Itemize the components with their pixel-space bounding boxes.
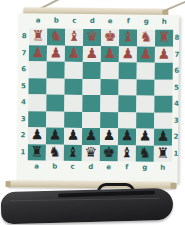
rank-label-left-6: 6 <box>20 61 28 78</box>
square-d5 <box>82 78 100 95</box>
board-sheet: abcdefgh abcdefgh 87654321 87654321 ♜♞♝♛… <box>17 13 180 183</box>
rank-label-left-4: 4 <box>19 94 27 111</box>
square-e8: ♚ <box>101 29 119 46</box>
rank-label-left-3: 3 <box>19 111 27 128</box>
file-label-top-d: d <box>83 16 101 27</box>
square-c7: ♟ <box>65 45 83 62</box>
file-label-bottom-b: b <box>46 162 64 173</box>
rank-label-right-7: 7 <box>173 46 181 63</box>
bottom-rod-end-cap-right <box>170 183 176 189</box>
square-f4 <box>118 95 136 112</box>
piece-black-pawn: ♟ <box>67 127 80 143</box>
square-c5 <box>64 78 82 95</box>
file-label-top-e: e <box>101 16 119 27</box>
piece-black-pawn: ♟ <box>121 128 134 144</box>
square-b2: ♟ <box>46 128 64 145</box>
piece-black-pawn: ♟ <box>103 127 116 143</box>
square-f7: ♟ <box>119 46 137 63</box>
square-g7: ♟ <box>137 46 155 63</box>
piece-red-pawn: ♟ <box>68 44 81 60</box>
square-b3 <box>46 111 64 128</box>
file-label-top-b: b <box>47 16 65 27</box>
piece-red-pawn: ♟ <box>122 45 135 61</box>
piece-black-king: ♚ <box>103 144 116 160</box>
piece-black-pawn: ♟ <box>31 127 44 143</box>
file-label-top-h: h <box>155 17 173 28</box>
square-h3 <box>154 112 172 129</box>
files-top: abcdefgh <box>29 15 173 28</box>
piece-black-pawn: ♟ <box>49 127 62 143</box>
piece-red-bishop: ♝ <box>68 28 81 44</box>
file-label-bottom-a: a <box>28 161 46 172</box>
piece-red-rook: ♜ <box>32 28 45 44</box>
file-label-bottom-c: c <box>64 162 82 173</box>
square-a7: ♟ <box>29 45 47 62</box>
square-h8: ♜ <box>155 30 173 47</box>
square-c1: ♝ <box>64 144 82 161</box>
square-e4 <box>100 95 118 112</box>
ranks-right: 87654321 <box>172 30 181 162</box>
square-e5 <box>100 79 118 96</box>
square-g8: ♞ <box>137 29 155 46</box>
rank-label-right-8: 8 <box>173 30 181 47</box>
square-g2: ♟ <box>136 128 154 145</box>
piece-black-pawn: ♟ <box>139 128 152 144</box>
square-g5 <box>136 79 154 96</box>
square-c2: ♟ <box>64 128 82 145</box>
piece-red-bishop: ♝ <box>122 29 135 45</box>
square-e6 <box>101 62 119 79</box>
piece-red-king: ♚ <box>104 28 117 44</box>
rank-label-left-1: 1 <box>19 144 27 161</box>
rank-label-right-2: 2 <box>172 129 180 146</box>
square-e3 <box>100 112 118 129</box>
square-f1: ♝ <box>118 145 136 162</box>
square-b5 <box>46 78 64 95</box>
piece-black-knight: ♞ <box>139 144 152 160</box>
piece-red-pawn: ♟ <box>86 45 99 61</box>
square-f3 <box>118 112 136 129</box>
piece-red-pawn: ♟ <box>158 45 171 61</box>
square-c8: ♝ <box>65 29 83 46</box>
square-b4 <box>46 95 64 112</box>
square-a5 <box>28 78 46 95</box>
rank-label-right-3: 3 <box>172 112 180 129</box>
file-label-bottom-d: d <box>82 162 100 173</box>
piece-red-rook: ♜ <box>158 29 171 45</box>
file-label-bottom-g: g <box>136 162 154 173</box>
piece-red-queen: ♛ <box>86 28 99 44</box>
square-g6 <box>137 62 155 79</box>
square-h2: ♟ <box>154 129 172 146</box>
square-g3 <box>136 112 154 129</box>
rank-label-left-7: 7 <box>20 45 28 62</box>
square-f5 <box>118 79 136 96</box>
rank-label-left-5: 5 <box>19 78 27 95</box>
ranks-left: 87654321 <box>19 28 28 160</box>
piece-black-rook: ♜ <box>157 144 170 160</box>
file-label-bottom-h: h <box>154 163 172 174</box>
square-h4 <box>154 96 172 113</box>
piece-red-pawn: ♟ <box>50 44 63 60</box>
file-label-bottom-f: f <box>118 162 136 173</box>
piece-black-queen: ♛ <box>85 144 98 160</box>
demo-chessboard-product-photo: abcdefgh abcdefgh 87654321 87654321 ♜♞♝♛… <box>0 0 185 225</box>
file-label-top-c: c <box>65 16 83 27</box>
piece-black-knight: ♞ <box>49 143 62 159</box>
piece-black-bishop: ♝ <box>67 143 80 159</box>
board: ♜♞♝♛♚♝♞♜♟♟♟♟♟♟♟♟♟♟♟♟♟♟♟♟♜♞♝♛♚♝♞♜ <box>28 28 173 162</box>
rank-label-left-2: 2 <box>19 127 27 144</box>
square-a1: ♜ <box>28 144 46 161</box>
square-g1: ♞ <box>136 145 154 162</box>
square-d3 <box>82 111 100 128</box>
piece-red-knight: ♞ <box>50 28 63 44</box>
square-a2: ♟ <box>28 127 46 144</box>
rank-label-right-1: 1 <box>172 145 180 162</box>
square-a4 <box>28 94 46 111</box>
square-b8: ♞ <box>47 29 65 46</box>
square-b6 <box>47 62 65 79</box>
square-b1: ♞ <box>46 144 64 161</box>
rank-label-right-6: 6 <box>173 63 181 80</box>
square-d8: ♛ <box>83 29 101 46</box>
square-h7: ♟ <box>155 46 173 63</box>
square-h6 <box>155 63 173 80</box>
square-c3 <box>64 111 82 128</box>
file-label-top-f: f <box>119 16 137 27</box>
rank-label-left-8: 8 <box>20 28 28 45</box>
piece-red-pawn: ♟ <box>140 45 153 61</box>
square-d2: ♟ <box>82 128 100 145</box>
piece-red-pawn: ♟ <box>104 45 117 61</box>
files-bottom: abcdefgh <box>28 161 172 174</box>
piece-red-pawn: ♟ <box>32 44 45 60</box>
piece-black-rook: ♜ <box>31 143 44 159</box>
square-a3 <box>28 111 46 128</box>
bottom-rod-end-cap-left <box>6 181 11 187</box>
square-d6 <box>83 62 101 79</box>
square-d1: ♛ <box>82 144 100 161</box>
file-label-top-a: a <box>29 15 47 26</box>
square-g4 <box>136 95 154 112</box>
square-h5 <box>154 79 172 96</box>
square-d4 <box>82 95 100 112</box>
piece-black-pawn: ♟ <box>85 127 98 143</box>
square-a8: ♜ <box>29 28 47 45</box>
square-c6 <box>65 62 83 79</box>
square-f6 <box>119 62 137 79</box>
square-a6 <box>29 61 47 78</box>
square-e7: ♟ <box>101 46 119 63</box>
file-label-bottom-e: e <box>100 162 118 173</box>
piece-black-pawn: ♟ <box>157 128 170 144</box>
square-h1: ♜ <box>154 145 172 162</box>
square-e1: ♚ <box>100 145 118 162</box>
square-d7: ♟ <box>83 45 101 62</box>
square-f8: ♝ <box>119 29 137 46</box>
square-f2: ♟ <box>118 128 136 145</box>
square-e2: ♟ <box>100 128 118 145</box>
square-b7: ♟ <box>47 45 65 62</box>
square-c4 <box>64 95 82 112</box>
file-label-top-g: g <box>137 16 155 27</box>
rank-label-right-4: 4 <box>172 96 180 113</box>
piece-red-knight: ♞ <box>140 29 153 45</box>
piece-black-bishop: ♝ <box>121 144 134 160</box>
rank-label-right-5: 5 <box>172 79 180 96</box>
